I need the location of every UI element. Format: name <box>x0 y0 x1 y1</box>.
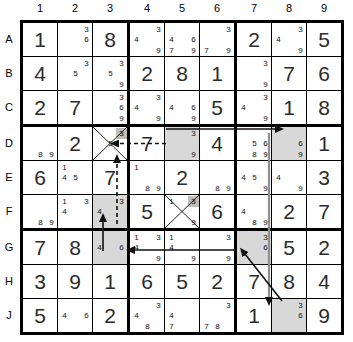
col-label-6: 6 <box>209 2 225 14</box>
candidate-3: 3 <box>153 24 164 35</box>
candidates: 359 <box>93 57 127 90</box>
candidate-9: 9 <box>153 183 164 194</box>
given-digit: 1 <box>307 127 341 160</box>
candidate-9: 9 <box>260 183 271 194</box>
cell-B4[interactable]: 2 <box>130 57 164 90</box>
cell-D4[interactable]: 7 <box>130 127 164 160</box>
candidates: 89 <box>200 161 234 194</box>
given-digit: 4 <box>307 265 341 298</box>
candidate-8: 8 <box>212 183 223 194</box>
cell-D6[interactable]: 4 <box>200 127 234 160</box>
candidate-9: 9 <box>260 217 271 228</box>
candidates: 5689 <box>237 127 271 160</box>
candidate-5: 5 <box>70 68 81 79</box>
candidate-9: 9 <box>46 149 57 160</box>
candidates: 139 <box>165 195 199 228</box>
candidate-4: 4 <box>131 34 142 45</box>
candidate-3: 3 <box>116 58 127 69</box>
candidate-4: 4 <box>166 102 177 113</box>
cell-C7[interactable]: 349 <box>237 91 271 124</box>
given-digit: 6 <box>200 195 234 228</box>
row-label-D: D <box>1 137 17 149</box>
candidates: 1349 <box>130 231 164 264</box>
candidate-3: 3 <box>81 58 92 69</box>
row-label-B: B <box>1 67 17 79</box>
candidates: 39 <box>165 127 199 160</box>
cell-J5[interactable]: 47 <box>165 299 199 332</box>
cell-H4[interactable]: 6 <box>130 265 164 298</box>
row-label-H: H <box>1 275 17 287</box>
cell-G4[interactable]: 1349 <box>130 231 164 264</box>
given-digit: 1 <box>237 299 271 332</box>
cell-A2[interactable]: 36 <box>58 23 92 56</box>
cell-E5[interactable]: 2 <box>165 161 199 194</box>
candidate-6: 6 <box>188 34 199 45</box>
given-digit: 1 <box>200 57 234 90</box>
given-digit: 4 <box>23 57 57 90</box>
given-digit: 2 <box>58 127 92 160</box>
candidates: 459 <box>237 161 271 194</box>
candidate-3: 3 <box>223 300 234 311</box>
candidates: 4679 <box>165 23 199 56</box>
candidates: 489 <box>237 195 271 228</box>
candidates: 46 <box>93 231 127 264</box>
row-label-A: A <box>1 33 17 45</box>
candidates: 134 <box>58 195 92 228</box>
candidates: 378 <box>200 299 234 332</box>
cell-A7[interactable]: 2 <box>237 23 271 56</box>
candidates: 348 <box>130 299 164 332</box>
candidate-7: 7 <box>201 321 212 332</box>
given-digit: 5 <box>130 195 164 228</box>
candidates: 89 <box>23 195 57 228</box>
given-digit: 8 <box>93 23 127 56</box>
cell-B7[interactable]: 39 <box>237 57 271 90</box>
candidate-9: 9 <box>153 45 164 56</box>
candidates: 349 <box>237 91 271 124</box>
given-digit: 5 <box>165 265 199 298</box>
given-digit: 2 <box>237 23 271 56</box>
cell-E4[interactable]: 189 <box>130 161 164 194</box>
cell-B8[interactable]: 7 <box>272 57 306 90</box>
candidate-4: 4 <box>273 172 284 183</box>
cell-E2[interactable]: 145 <box>58 161 92 194</box>
candidate-3: 3 <box>188 196 199 207</box>
cell-G9[interactable]: 2 <box>307 231 341 264</box>
given-digit: 7 <box>237 265 271 298</box>
cell-J7[interactable]: 1 <box>237 299 271 332</box>
row-label-E: E <box>1 171 17 183</box>
candidate-3: 3 <box>116 92 127 103</box>
candidate-9: 9 <box>260 113 271 124</box>
candidate-4: 4 <box>166 242 177 253</box>
cell-F1[interactable]: 89 <box>23 195 57 228</box>
candidate-7: 7 <box>201 45 212 56</box>
candidate-6: 6 <box>116 242 127 253</box>
candidate-4: 4 <box>131 102 142 113</box>
row-label-C: C <box>1 101 17 113</box>
row-label-J: J <box>1 309 17 321</box>
cell-D5[interactable]: 39 <box>165 127 199 160</box>
candidate-6: 6 <box>81 34 92 45</box>
candidate-9: 9 <box>223 253 234 264</box>
cell-H7[interactable]: 7 <box>237 265 271 298</box>
sudoku-board: 1368349467937923495435359281397627369349… <box>20 20 344 335</box>
cell-A3[interactable]: 8 <box>93 23 127 56</box>
candidates: 369 <box>93 91 127 124</box>
candidate-5: 5 <box>249 172 260 183</box>
candidates: 469 <box>165 91 199 124</box>
candidate-9: 9 <box>153 253 164 264</box>
candidates: 149 <box>165 231 199 264</box>
candidate-3: 3 <box>116 196 127 207</box>
candidate-9: 9 <box>188 45 199 56</box>
given-digit: 5 <box>307 23 341 56</box>
cell-J4[interactable]: 348 <box>130 299 164 332</box>
cell-J3[interactable]: 2 <box>93 299 127 332</box>
cell-A1[interactable]: 1 <box>23 23 57 56</box>
cell-B5[interactable]: 8 <box>165 57 199 90</box>
given-digit: 1 <box>272 91 306 124</box>
candidates: 36 <box>272 299 306 332</box>
candidate-9: 9 <box>295 45 306 56</box>
cell-H9[interactable]: 4 <box>307 265 341 298</box>
candidate-9: 9 <box>188 113 199 124</box>
col-label-5: 5 <box>174 2 190 14</box>
candidate-1: 1 <box>59 162 70 173</box>
candidate-5: 5 <box>105 138 116 149</box>
cell-F5[interactable]: 139 <box>165 195 199 228</box>
cell-E7[interactable]: 459 <box>237 161 271 194</box>
cell-H2[interactable]: 9 <box>58 265 92 298</box>
candidate-1: 1 <box>166 196 177 207</box>
candidates: 145 <box>58 161 92 194</box>
candidate-8: 8 <box>35 217 46 228</box>
cell-B3[interactable]: 359 <box>93 57 127 90</box>
candidates: 349 <box>272 23 306 56</box>
given-digit: 2 <box>307 231 341 264</box>
cell-C1[interactable]: 2 <box>23 91 57 124</box>
cell-E1[interactable]: 6 <box>23 161 57 194</box>
given-digit: 5 <box>272 231 306 264</box>
given-digit: 5 <box>23 299 57 332</box>
cell-D8[interactable]: 69 <box>272 127 306 160</box>
cell-H3[interactable]: 1 <box>93 265 127 298</box>
given-digit: 2 <box>23 91 57 124</box>
candidate-4: 4 <box>131 242 142 253</box>
col-label-4: 4 <box>139 2 155 14</box>
candidate-4: 4 <box>166 34 177 45</box>
candidates: 47 <box>165 299 199 332</box>
col-label-8: 8 <box>281 2 297 14</box>
candidate-8: 8 <box>35 149 46 160</box>
cell-G2[interactable]: 8 <box>58 231 92 264</box>
cell-D3[interactable]: 35 <box>93 127 127 160</box>
candidate-4: 4 <box>131 310 142 321</box>
candidate-5: 5 <box>249 138 260 149</box>
candidate-7: 7 <box>166 321 177 332</box>
candidate-6: 6 <box>116 102 127 113</box>
candidate-8: 8 <box>212 321 223 332</box>
candidate-9: 9 <box>223 183 234 194</box>
given-digit: 2 <box>272 195 306 228</box>
candidate-6: 6 <box>260 138 271 149</box>
candidate-3: 3 <box>153 300 164 311</box>
candidates: 349 <box>130 23 164 56</box>
given-digit: 7 <box>130 127 164 160</box>
candidate-4: 4 <box>59 206 70 217</box>
cell-J2[interactable]: 46 <box>58 299 92 332</box>
candidate-4: 4 <box>94 242 105 253</box>
candidate-1: 1 <box>59 196 70 207</box>
cell-A9[interactable]: 5 <box>307 23 341 56</box>
cell-F2[interactable]: 134 <box>58 195 92 228</box>
candidate-7: 7 <box>166 45 177 56</box>
candidate-9: 9 <box>188 253 199 264</box>
candidate-9: 9 <box>153 113 164 124</box>
given-digit: 9 <box>58 265 92 298</box>
given-digit: 8 <box>58 231 92 264</box>
cell-F8[interactable]: 2 <box>272 195 306 228</box>
candidate-6: 6 <box>81 310 92 321</box>
cell-F7[interactable]: 489 <box>237 195 271 228</box>
cell-F4[interactable]: 5 <box>130 195 164 228</box>
row-label-G: G <box>1 241 17 253</box>
candidate-4: 4 <box>238 172 249 183</box>
candidate-9: 9 <box>260 149 271 160</box>
candidate-9: 9 <box>223 45 234 56</box>
candidate-9: 9 <box>116 79 127 90</box>
col-label-1: 1 <box>32 2 48 14</box>
candidates: 379 <box>200 23 234 56</box>
cell-D1[interactable]: 89 <box>23 127 57 160</box>
cell-G8[interactable]: 5 <box>272 231 306 264</box>
cell-C9[interactable]: 8 <box>307 91 341 124</box>
candidates: 69 <box>272 127 306 160</box>
candidates: 189 <box>130 161 164 194</box>
cell-G1[interactable]: 7 <box>23 231 57 264</box>
cell-A4[interactable]: 349 <box>130 23 164 56</box>
candidate-8: 8 <box>142 321 153 332</box>
cell-E8[interactable]: 49 <box>272 161 306 194</box>
candidate-3: 3 <box>153 92 164 103</box>
cell-H5[interactable]: 5 <box>165 265 199 298</box>
cell-B9[interactable]: 6 <box>307 57 341 90</box>
given-digit: 7 <box>23 231 57 264</box>
cell-D9[interactable]: 1 <box>307 127 341 160</box>
cell-B6[interactable]: 1 <box>200 57 234 90</box>
candidate-5: 5 <box>105 68 116 79</box>
cell-G6[interactable]: 39 <box>200 231 234 264</box>
cell-G3[interactable]: 46 <box>93 231 127 264</box>
col-label-7: 7 <box>246 2 262 14</box>
candidate-4: 4 <box>59 310 70 321</box>
given-digit: 6 <box>307 57 341 90</box>
given-digit: 2 <box>165 161 199 194</box>
cell-D2[interactable]: 2 <box>58 127 92 160</box>
cell-H6[interactable]: 2 <box>200 265 234 298</box>
candidate-4: 4 <box>59 172 70 183</box>
given-digit: 9 <box>307 299 341 332</box>
candidates: 349 <box>130 91 164 124</box>
cell-C6[interactable]: 5 <box>200 91 234 124</box>
candidate-9: 9 <box>188 149 199 160</box>
candidate-9: 9 <box>260 79 271 90</box>
cell-A6[interactable]: 379 <box>200 23 234 56</box>
cell-B2[interactable]: 35 <box>58 57 92 90</box>
cell-G7[interactable]: 36 <box>237 231 271 264</box>
given-digit: 5 <box>200 91 234 124</box>
candidates: 39 <box>200 231 234 264</box>
given-digit: 3 <box>307 161 341 194</box>
given-digit: 7 <box>272 57 306 90</box>
candidate-4: 4 <box>238 206 249 217</box>
candidate-3: 3 <box>81 196 92 207</box>
cell-C4[interactable]: 349 <box>130 91 164 124</box>
cell-C5[interactable]: 469 <box>165 91 199 124</box>
candidate-4: 4 <box>166 310 177 321</box>
candidate-3: 3 <box>81 24 92 35</box>
given-digit: 4 <box>200 127 234 160</box>
cell-J8[interactable]: 36 <box>272 299 306 332</box>
candidate-5: 5 <box>70 172 81 183</box>
row-label-F: F <box>1 205 17 217</box>
cell-D7[interactable]: 5689 <box>237 127 271 160</box>
cell-C3[interactable]: 369 <box>93 91 127 124</box>
candidates: 36 <box>58 23 92 56</box>
candidate-3: 3 <box>223 24 234 35</box>
candidate-6: 6 <box>295 310 306 321</box>
cell-J6[interactable]: 378 <box>200 299 234 332</box>
cell-B1[interactable]: 4 <box>23 57 57 90</box>
candidate-3: 3 <box>260 58 271 69</box>
candidate-6: 6 <box>260 242 271 253</box>
candidates: 34 <box>93 195 127 228</box>
candidate-4: 4 <box>94 206 105 217</box>
cell-J9[interactable]: 9 <box>307 299 341 332</box>
candidate-6: 6 <box>188 102 199 113</box>
given-digit: 6 <box>130 265 164 298</box>
cell-E9[interactable]: 3 <box>307 161 341 194</box>
cell-E6[interactable]: 89 <box>200 161 234 194</box>
given-digit: 8 <box>307 91 341 124</box>
cell-C8[interactable]: 1 <box>272 91 306 124</box>
candidate-9: 9 <box>46 217 57 228</box>
given-digit: 6 <box>23 161 57 194</box>
candidate-3: 3 <box>223 232 234 243</box>
cell-F6[interactable]: 6 <box>200 195 234 228</box>
candidate-3: 3 <box>116 128 127 139</box>
given-digit: 2 <box>130 57 164 90</box>
candidate-9: 9 <box>188 217 199 228</box>
given-digit: 1 <box>23 23 57 56</box>
candidate-3: 3 <box>260 92 271 103</box>
candidate-4: 4 <box>273 34 284 45</box>
candidate-6: 6 <box>295 138 306 149</box>
candidate-1: 1 <box>131 232 142 243</box>
col-label-2: 2 <box>67 2 83 14</box>
col-label-9: 9 <box>316 2 332 14</box>
given-digit: 7 <box>58 91 92 124</box>
cell-A8[interactable]: 349 <box>272 23 306 56</box>
candidates: 35 <box>93 127 127 160</box>
candidates: 46 <box>58 299 92 332</box>
cell-H1[interactable]: 3 <box>23 265 57 298</box>
cell-G5[interactable]: 149 <box>165 231 199 264</box>
given-digit: 2 <box>93 299 127 332</box>
candidate-8: 8 <box>249 149 260 160</box>
candidate-9: 9 <box>295 149 306 160</box>
cell-A5[interactable]: 4679 <box>165 23 199 56</box>
given-digit: 1 <box>93 265 127 298</box>
cell-F3[interactable]: 34 <box>93 195 127 228</box>
candidates: 89 <box>23 127 57 160</box>
candidates: 35 <box>58 57 92 90</box>
given-digit: 3 <box>23 265 57 298</box>
candidate-1: 1 <box>131 162 142 173</box>
cell-C2[interactable]: 7 <box>58 91 92 124</box>
given-digit: 8 <box>272 265 306 298</box>
given-digit: 7 <box>93 161 127 194</box>
given-digit: 2 <box>200 265 234 298</box>
given-digit: 7 <box>307 195 341 228</box>
candidate-8: 8 <box>142 183 153 194</box>
candidate-3: 3 <box>295 300 306 311</box>
candidate-8: 8 <box>249 217 260 228</box>
candidate-9: 9 <box>295 183 306 194</box>
candidates: 49 <box>272 161 306 194</box>
sudoku-app: 123456789 ABCDEFGHJ 13683494679379234954… <box>0 0 353 342</box>
cell-E3[interactable]: 7 <box>93 161 127 194</box>
given-digit: 8 <box>165 57 199 90</box>
candidate-3: 3 <box>153 232 164 243</box>
candidates: 36 <box>237 231 271 264</box>
candidate-4: 4 <box>238 102 249 113</box>
candidate-3: 3 <box>295 24 306 35</box>
candidate-1: 1 <box>166 232 177 243</box>
candidate-9: 9 <box>116 113 127 124</box>
candidate-3: 3 <box>188 128 199 139</box>
cell-H8[interactable]: 8 <box>272 265 306 298</box>
candidate-3: 3 <box>260 232 271 243</box>
cell-F9[interactable]: 7 <box>307 195 341 228</box>
col-label-3: 3 <box>102 2 118 14</box>
cell-J1[interactable]: 5 <box>23 299 57 332</box>
candidates: 39 <box>237 57 271 90</box>
